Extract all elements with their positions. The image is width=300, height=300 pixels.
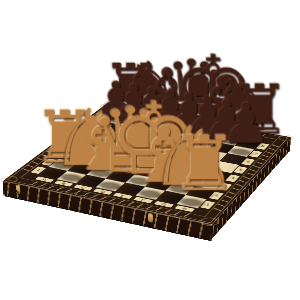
brass-hinge — [15, 185, 20, 194]
product-photo: ABCDEFGH ABCDEFGH 87654321 87654321 ♜♞♝♛… — [0, 0, 300, 300]
rook-glyph: ♜ — [170, 126, 238, 202]
chess-board: ABCDEFGH ABCDEFGH 87654321 87654321 ♜♞♝♛… — [4, 105, 291, 225]
brass-clasp — [148, 213, 153, 223]
piece-white-rook: ♜ — [170, 126, 213, 202]
